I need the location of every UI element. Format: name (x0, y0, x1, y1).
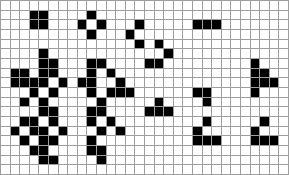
cell[interactable] (164, 136, 173, 145)
live-cell[interactable] (251, 136, 260, 145)
cell[interactable] (107, 146, 116, 155)
cell[interactable] (59, 30, 68, 39)
cell[interactable] (231, 88, 240, 97)
cell[interactable] (78, 69, 87, 78)
cell[interactable] (68, 69, 77, 78)
cell[interactable] (11, 107, 20, 116)
cell[interactable] (135, 59, 144, 68)
live-cell[interactable] (107, 88, 116, 97)
live-cell[interactable] (49, 59, 58, 68)
cell[interactable] (20, 127, 29, 136)
cell[interactable] (164, 98, 173, 107)
cell[interactable] (270, 40, 279, 49)
cell[interactable] (11, 20, 20, 29)
cell[interactable] (164, 146, 173, 155)
cell[interactable] (97, 165, 106, 174)
cell[interactable] (107, 20, 116, 29)
cell[interactable] (212, 107, 221, 116)
live-cell[interactable] (155, 40, 164, 49)
cell[interactable] (251, 165, 260, 174)
cell[interactable] (116, 20, 125, 29)
cell[interactable] (59, 156, 68, 165)
cell[interactable] (279, 88, 288, 97)
live-cell[interactable] (164, 107, 173, 116)
cell[interactable] (251, 40, 260, 49)
cell[interactable] (107, 98, 116, 107)
cell[interactable] (78, 127, 87, 136)
cell[interactable] (126, 11, 135, 20)
live-cell[interactable] (97, 127, 106, 136)
cell[interactable] (183, 107, 192, 116)
cell[interactable] (1, 30, 10, 39)
live-cell[interactable] (116, 88, 125, 97)
live-cell[interactable] (116, 78, 125, 87)
cell[interactable] (155, 69, 164, 78)
cell[interactable] (222, 117, 231, 126)
cell[interactable] (203, 127, 212, 136)
cell[interactable] (20, 30, 29, 39)
cell[interactable] (39, 30, 48, 39)
cell[interactable] (49, 127, 58, 136)
live-cell[interactable] (203, 98, 212, 107)
cell[interactable] (97, 117, 106, 126)
cell[interactable] (78, 88, 87, 97)
cell[interactable] (135, 136, 144, 145)
cell[interactable] (87, 20, 96, 29)
cell[interactable] (174, 11, 183, 20)
live-cell[interactable] (135, 40, 144, 49)
cell[interactable] (78, 11, 87, 20)
live-cell[interactable] (59, 78, 68, 87)
cell[interactable] (59, 20, 68, 29)
cell[interactable] (107, 127, 116, 136)
cell[interactable] (49, 20, 58, 29)
cell[interactable] (203, 156, 212, 165)
cell[interactable] (222, 107, 231, 116)
cell[interactable] (279, 98, 288, 107)
cell[interactable] (97, 1, 106, 10)
cell[interactable] (279, 117, 288, 126)
cell[interactable] (49, 98, 58, 107)
cell[interactable] (145, 156, 154, 165)
cell[interactable] (1, 127, 10, 136)
cell[interactable] (279, 1, 288, 10)
live-cell[interactable] (87, 107, 96, 116)
cell[interactable] (183, 98, 192, 107)
cell[interactable] (11, 98, 20, 107)
cell[interactable] (222, 98, 231, 107)
cell[interactable] (193, 146, 202, 155)
cell[interactable] (260, 88, 269, 97)
cell[interactable] (241, 107, 250, 116)
cell[interactable] (203, 49, 212, 58)
cell[interactable] (164, 117, 173, 126)
cell[interactable] (155, 49, 164, 58)
live-cell[interactable] (87, 146, 96, 155)
cell[interactable] (241, 127, 250, 136)
cell[interactable] (145, 146, 154, 155)
cell[interactable] (270, 146, 279, 155)
cell[interactable] (116, 156, 125, 165)
cell[interactable] (59, 98, 68, 107)
live-cell[interactable] (49, 88, 58, 97)
cell[interactable] (260, 98, 269, 107)
cell[interactable] (222, 78, 231, 87)
cell[interactable] (135, 107, 144, 116)
cell[interactable] (145, 165, 154, 174)
live-cell[interactable] (78, 20, 87, 29)
cell[interactable] (107, 30, 116, 39)
cell[interactable] (222, 49, 231, 58)
cell[interactable] (59, 11, 68, 20)
cell[interactable] (145, 78, 154, 87)
live-cell[interactable] (11, 78, 20, 87)
cell[interactable] (155, 136, 164, 145)
cell[interactable] (30, 59, 39, 68)
cell[interactable] (11, 59, 20, 68)
live-cell[interactable] (30, 127, 39, 136)
cell[interactable] (11, 1, 20, 10)
cell[interactable] (155, 165, 164, 174)
cell[interactable] (145, 40, 154, 49)
cell[interactable] (174, 117, 183, 126)
cell[interactable] (212, 11, 221, 20)
cell[interactable] (183, 59, 192, 68)
cell[interactable] (49, 78, 58, 87)
cell[interactable] (174, 78, 183, 87)
cell[interactable] (68, 165, 77, 174)
cell[interactable] (155, 78, 164, 87)
live-cell[interactable] (49, 156, 58, 165)
cell[interactable] (1, 146, 10, 155)
live-cell[interactable] (30, 146, 39, 155)
cell[interactable] (260, 156, 269, 165)
live-cell[interactable] (193, 127, 202, 136)
live-cell[interactable] (193, 20, 202, 29)
cell[interactable] (1, 1, 10, 10)
cell[interactable] (87, 165, 96, 174)
cell[interactable] (212, 30, 221, 39)
cell[interactable] (97, 30, 106, 39)
cell[interactable] (68, 49, 77, 58)
live-cell[interactable] (11, 69, 20, 78)
cell[interactable] (164, 11, 173, 20)
cell[interactable] (1, 165, 10, 174)
cell[interactable] (183, 78, 192, 87)
cell[interactable] (241, 146, 250, 155)
cell[interactable] (212, 1, 221, 10)
cell[interactable] (1, 136, 10, 145)
cell[interactable] (251, 30, 260, 39)
cell[interactable] (126, 1, 135, 10)
cell[interactable] (20, 88, 29, 97)
cell[interactable] (68, 156, 77, 165)
cell[interactable] (222, 69, 231, 78)
cell[interactable] (87, 1, 96, 10)
cell[interactable] (279, 30, 288, 39)
cell[interactable] (68, 117, 77, 126)
cell[interactable] (164, 1, 173, 10)
cell[interactable] (145, 1, 154, 10)
cell[interactable] (164, 40, 173, 49)
live-cell[interactable] (97, 20, 106, 29)
cell[interactable] (222, 165, 231, 174)
cell[interactable] (107, 59, 116, 68)
cell[interactable] (212, 146, 221, 155)
live-cell[interactable] (20, 98, 29, 107)
live-cell[interactable] (87, 117, 96, 126)
cell[interactable] (241, 59, 250, 68)
cell[interactable] (135, 117, 144, 126)
cell[interactable] (183, 49, 192, 58)
cell[interactable] (279, 78, 288, 87)
cell[interactable] (59, 49, 68, 58)
live-cell[interactable] (126, 30, 135, 39)
cell[interactable] (279, 146, 288, 155)
live-cell[interactable] (39, 107, 48, 116)
live-cell[interactable] (39, 78, 48, 87)
cell[interactable] (135, 165, 144, 174)
cell[interactable] (203, 78, 212, 87)
cell[interactable] (68, 146, 77, 155)
cell[interactable] (59, 59, 68, 68)
cell[interactable] (135, 69, 144, 78)
live-cell[interactable] (193, 88, 202, 97)
cell[interactable] (78, 40, 87, 49)
cell[interactable] (183, 20, 192, 29)
cell[interactable] (135, 30, 144, 39)
cell[interactable] (116, 1, 125, 10)
cell[interactable] (107, 107, 116, 116)
cell[interactable] (164, 78, 173, 87)
cell[interactable] (20, 156, 29, 165)
cell[interactable] (231, 40, 240, 49)
cell[interactable] (1, 88, 10, 97)
cell[interactable] (59, 40, 68, 49)
live-cell[interactable] (20, 117, 29, 126)
cell[interactable] (251, 20, 260, 29)
cell[interactable] (107, 156, 116, 165)
cell[interactable] (270, 20, 279, 29)
cell[interactable] (107, 1, 116, 10)
cell[interactable] (231, 69, 240, 78)
cell[interactable] (231, 98, 240, 107)
cell[interactable] (270, 69, 279, 78)
cell[interactable] (270, 88, 279, 97)
cell[interactable] (11, 165, 20, 174)
cell[interactable] (193, 156, 202, 165)
cell[interactable] (155, 156, 164, 165)
live-cell[interactable] (87, 11, 96, 20)
cell[interactable] (116, 49, 125, 58)
live-cell[interactable] (30, 20, 39, 29)
cell[interactable] (87, 127, 96, 136)
cell[interactable] (145, 88, 154, 97)
cell[interactable] (203, 69, 212, 78)
cell[interactable] (49, 165, 58, 174)
live-cell[interactable] (87, 69, 96, 78)
cell[interactable] (193, 78, 202, 87)
cell[interactable] (30, 98, 39, 107)
cell[interactable] (183, 117, 192, 126)
live-cell[interactable] (11, 127, 20, 136)
cell[interactable] (251, 98, 260, 107)
cell[interactable] (222, 59, 231, 68)
cell[interactable] (126, 156, 135, 165)
cell[interactable] (126, 136, 135, 145)
cell[interactable] (193, 49, 202, 58)
cell[interactable] (164, 127, 173, 136)
live-cell[interactable] (203, 136, 212, 145)
cell[interactable] (183, 165, 192, 174)
live-cell[interactable] (30, 78, 39, 87)
live-cell[interactable] (78, 78, 87, 87)
live-cell[interactable] (49, 136, 58, 145)
cell[interactable] (270, 107, 279, 116)
cell[interactable] (155, 88, 164, 97)
live-cell[interactable] (145, 59, 154, 68)
live-cell[interactable] (212, 136, 221, 145)
live-cell[interactable] (20, 69, 29, 78)
cell[interactable] (97, 49, 106, 58)
cell[interactable] (107, 11, 116, 20)
cell[interactable] (174, 165, 183, 174)
cell[interactable] (231, 1, 240, 10)
cell[interactable] (126, 69, 135, 78)
cell[interactable] (241, 156, 250, 165)
cell[interactable] (126, 78, 135, 87)
cell[interactable] (222, 11, 231, 20)
cell[interactable] (260, 40, 269, 49)
cell[interactable] (241, 40, 250, 49)
live-cell[interactable] (49, 107, 58, 116)
cell[interactable] (78, 117, 87, 126)
cell[interactable] (174, 136, 183, 145)
cell[interactable] (183, 1, 192, 10)
cell[interactable] (97, 11, 106, 20)
cell[interactable] (203, 40, 212, 49)
live-cell[interactable] (203, 20, 212, 29)
live-cell[interactable] (39, 146, 48, 155)
cell[interactable] (222, 1, 231, 10)
live-cell[interactable] (87, 59, 96, 68)
cell[interactable] (126, 165, 135, 174)
cell[interactable] (78, 59, 87, 68)
live-cell[interactable] (193, 136, 202, 145)
cell[interactable] (11, 49, 20, 58)
cell[interactable] (260, 146, 269, 155)
cell[interactable] (222, 20, 231, 29)
cell[interactable] (241, 98, 250, 107)
cell[interactable] (135, 146, 144, 155)
cell[interactable] (145, 20, 154, 29)
cell[interactable] (39, 1, 48, 10)
live-cell[interactable] (87, 30, 96, 39)
live-cell[interactable] (260, 117, 269, 126)
live-cell[interactable] (155, 59, 164, 68)
cell[interactable] (260, 165, 269, 174)
cell[interactable] (107, 40, 116, 49)
cell[interactable] (59, 117, 68, 126)
cell[interactable] (164, 165, 173, 174)
cell[interactable] (183, 30, 192, 39)
cell[interactable] (68, 1, 77, 10)
cell[interactable] (155, 127, 164, 136)
cell[interactable] (1, 156, 10, 165)
cell[interactable] (1, 78, 10, 87)
cell[interactable] (183, 88, 192, 97)
cell[interactable] (231, 78, 240, 87)
cell[interactable] (68, 136, 77, 145)
cell[interactable] (155, 30, 164, 39)
cell[interactable] (193, 59, 202, 68)
cell[interactable] (11, 117, 20, 126)
cell[interactable] (270, 98, 279, 107)
cell[interactable] (30, 136, 39, 145)
cell[interactable] (279, 156, 288, 165)
cell[interactable] (30, 165, 39, 174)
cell[interactable] (279, 127, 288, 136)
cell[interactable] (231, 117, 240, 126)
live-cell[interactable] (270, 136, 279, 145)
live-cell[interactable] (260, 69, 269, 78)
cell[interactable] (212, 49, 221, 58)
cell[interactable] (174, 146, 183, 155)
cell[interactable] (212, 69, 221, 78)
cell[interactable] (126, 20, 135, 29)
cell[interactable] (241, 49, 250, 58)
cell[interactable] (174, 49, 183, 58)
cell[interactable] (164, 30, 173, 39)
cell[interactable] (212, 165, 221, 174)
cell[interactable] (251, 156, 260, 165)
cell[interactable] (49, 40, 58, 49)
cell[interactable] (39, 88, 48, 97)
cell[interactable] (222, 146, 231, 155)
cell[interactable] (164, 156, 173, 165)
cell[interactable] (20, 107, 29, 116)
cell[interactable] (279, 40, 288, 49)
live-cell[interactable] (251, 127, 260, 136)
cell[interactable] (107, 165, 116, 174)
cell[interactable] (174, 88, 183, 97)
cell[interactable] (20, 146, 29, 155)
cell[interactable] (116, 136, 125, 145)
cell[interactable] (116, 117, 125, 126)
cell[interactable] (164, 69, 173, 78)
cell[interactable] (68, 20, 77, 29)
cell[interactable] (183, 146, 192, 155)
cell[interactable] (97, 88, 106, 97)
cell[interactable] (164, 88, 173, 97)
cell[interactable] (68, 88, 77, 97)
cell[interactable] (279, 20, 288, 29)
cell[interactable] (78, 146, 87, 155)
live-cell[interactable] (251, 69, 260, 78)
cell[interactable] (126, 59, 135, 68)
cell[interactable] (145, 98, 154, 107)
live-cell[interactable] (155, 98, 164, 107)
cell[interactable] (68, 98, 77, 107)
cell[interactable] (87, 98, 96, 107)
cell[interactable] (145, 127, 154, 136)
cell[interactable] (30, 30, 39, 39)
live-cell[interactable] (39, 127, 48, 136)
cell[interactable] (270, 49, 279, 58)
cell[interactable] (1, 11, 10, 20)
cell[interactable] (68, 30, 77, 39)
cell[interactable] (174, 127, 183, 136)
